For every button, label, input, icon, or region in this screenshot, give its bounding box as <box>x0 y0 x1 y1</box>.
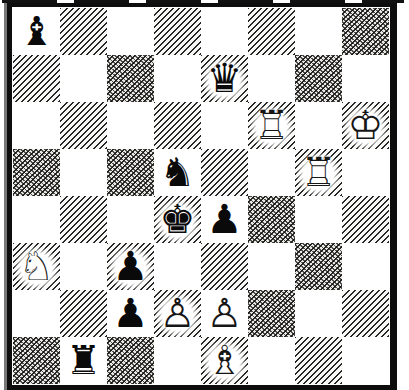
square-f2[interactable] <box>248 290 295 337</box>
square-d7[interactable] <box>154 55 201 102</box>
square-b1[interactable]: ♜ <box>60 337 107 384</box>
piece-black-king-d4[interactable]: ♚ <box>154 196 201 243</box>
square-f3[interactable] <box>248 243 295 290</box>
piece-black-pawn-c3[interactable]: ♟ <box>107 243 154 290</box>
square-d1[interactable] <box>154 337 201 384</box>
square-h4[interactable] <box>342 196 389 243</box>
square-d3[interactable] <box>154 243 201 290</box>
square-a2[interactable] <box>13 290 60 337</box>
diagram-frame: ♝♛♖♔♞♖♚♟♘♟♟♙♙♜♗ <box>7 3 397 390</box>
square-d2[interactable]: ♙ <box>154 290 201 337</box>
square-e4[interactable]: ♟ <box>201 196 248 243</box>
square-f5[interactable] <box>248 149 295 196</box>
square-c2[interactable]: ♟ <box>107 290 154 337</box>
chess-diagram-scan: ♝♛♖♔♞♖♚♟♘♟♟♙♙♜♗ <box>0 0 409 390</box>
square-a4[interactable] <box>13 196 60 243</box>
square-g3[interactable] <box>295 243 342 290</box>
piece-white-pawn-e2[interactable]: ♙ <box>201 290 248 337</box>
square-c3[interactable]: ♟ <box>107 243 154 290</box>
square-c5[interactable] <box>107 149 154 196</box>
square-g5[interactable]: ♖ <box>295 149 342 196</box>
square-g1[interactable] <box>295 337 342 384</box>
square-f1[interactable] <box>248 337 295 384</box>
square-e1[interactable]: ♗ <box>201 337 248 384</box>
piece-black-pawn-e4[interactable]: ♟ <box>201 196 248 243</box>
square-c6[interactable] <box>107 102 154 149</box>
square-e5[interactable] <box>201 149 248 196</box>
square-b4[interactable] <box>60 196 107 243</box>
square-d6[interactable] <box>154 102 201 149</box>
chess-board: ♝♛♖♔♞♖♚♟♘♟♟♙♙♜♗ <box>13 8 389 384</box>
square-c1[interactable] <box>107 337 154 384</box>
piece-black-bishop-a8[interactable]: ♝ <box>13 8 60 55</box>
square-c4[interactable] <box>107 196 154 243</box>
square-e3[interactable] <box>201 243 248 290</box>
square-a8[interactable]: ♝ <box>13 8 60 55</box>
square-c8[interactable] <box>107 8 154 55</box>
square-g7[interactable] <box>295 55 342 102</box>
square-a3[interactable]: ♘ <box>13 243 60 290</box>
square-b6[interactable] <box>60 102 107 149</box>
square-e2[interactable]: ♙ <box>201 290 248 337</box>
square-e8[interactable] <box>201 8 248 55</box>
square-a6[interactable] <box>13 102 60 149</box>
square-e6[interactable] <box>201 102 248 149</box>
piece-black-rook-b1[interactable]: ♜ <box>60 337 107 384</box>
piece-white-bishop-e1[interactable]: ♗ <box>201 337 248 384</box>
square-h2[interactable] <box>342 290 389 337</box>
piece-white-king-h6[interactable]: ♔ <box>342 102 389 149</box>
square-h8[interactable] <box>342 8 389 55</box>
square-g2[interactable] <box>295 290 342 337</box>
piece-black-queen-e7[interactable]: ♛ <box>201 55 248 102</box>
square-d8[interactable] <box>154 8 201 55</box>
piece-white-pawn-d2[interactable]: ♙ <box>154 290 201 337</box>
square-g4[interactable] <box>295 196 342 243</box>
square-f7[interactable] <box>248 55 295 102</box>
square-f8[interactable] <box>248 8 295 55</box>
piece-white-knight-a3[interactable]: ♘ <box>13 243 60 290</box>
square-f4[interactable] <box>248 196 295 243</box>
square-f6[interactable]: ♖ <box>248 102 295 149</box>
square-b3[interactable] <box>60 243 107 290</box>
piece-white-rook-f6[interactable]: ♖ <box>248 102 295 149</box>
square-h3[interactable] <box>342 243 389 290</box>
square-b8[interactable] <box>60 8 107 55</box>
square-a5[interactable] <box>13 149 60 196</box>
square-e7[interactable]: ♛ <box>201 55 248 102</box>
piece-white-rook-g5[interactable]: ♖ <box>295 149 342 196</box>
square-g6[interactable] <box>295 102 342 149</box>
square-c7[interactable] <box>107 55 154 102</box>
square-g8[interactable] <box>295 8 342 55</box>
square-d5[interactable]: ♞ <box>154 149 201 196</box>
square-a1[interactable] <box>13 337 60 384</box>
piece-black-knight-d5[interactable]: ♞ <box>154 149 201 196</box>
square-a7[interactable] <box>13 55 60 102</box>
piece-black-pawn-c2[interactable]: ♟ <box>107 290 154 337</box>
square-h6[interactable]: ♔ <box>342 102 389 149</box>
square-b2[interactable] <box>60 290 107 337</box>
square-d4[interactable]: ♚ <box>154 196 201 243</box>
square-b5[interactable] <box>60 149 107 196</box>
square-h7[interactable] <box>342 55 389 102</box>
square-h1[interactable] <box>342 337 389 384</box>
square-b7[interactable] <box>60 55 107 102</box>
square-h5[interactable] <box>342 149 389 196</box>
